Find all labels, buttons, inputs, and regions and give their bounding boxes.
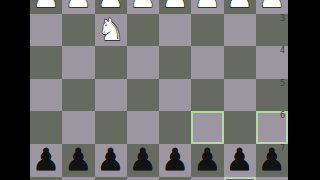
piece-black-rook[interactable]: ♜ — [33, 178, 60, 180]
piece-white-knight[interactable]: ♞ — [97, 15, 124, 45]
square-c6[interactable] — [191, 111, 223, 144]
square-d3[interactable] — [159, 14, 191, 47]
square-g8[interactable]: ♞ — [62, 177, 94, 180]
square-e4[interactable] — [127, 46, 159, 79]
piece-white-pawn[interactable]: ♟ — [33, 0, 60, 12]
piece-black-queen[interactable]: ♛ — [162, 178, 189, 180]
app-window: ♟♟♟♟♟♟♟♟♞3456♟♟♟♟♟♟♟♟7♜♞♝♚♛♝♞♜ — [0, 0, 320, 180]
square-a8[interactable]: ♜ — [256, 177, 288, 180]
square-f3[interactable]: ♞ — [95, 14, 127, 47]
chess-board: ♟♟♟♟♟♟♟♟♞3456♟♟♟♟♟♟♟♟7♜♞♝♚♛♝♞♜ — [30, 0, 288, 180]
piece-black-pawn[interactable]: ♟ — [162, 145, 189, 175]
square-h7[interactable]: ♟ — [30, 144, 62, 177]
square-g5[interactable] — [62, 79, 94, 112]
square-f7[interactable]: ♟ — [95, 144, 127, 177]
square-f2[interactable]: ♟ — [95, 0, 127, 14]
piece-black-knight[interactable]: ♞ — [65, 178, 92, 180]
square-a6[interactable]: 6 — [256, 111, 288, 144]
square-h4[interactable] — [30, 46, 62, 79]
piece-black-knight[interactable]: ♞ — [226, 178, 253, 180]
square-e8[interactable]: ♚ — [127, 177, 159, 180]
square-a3[interactable]: 3 — [256, 14, 288, 47]
square-e7[interactable]: ♟ — [127, 144, 159, 177]
piece-black-king[interactable]: ♚ — [129, 178, 156, 180]
square-a5[interactable]: 5 — [256, 79, 288, 112]
piece-white-pawn[interactable]: ♟ — [226, 0, 253, 12]
square-e6[interactable] — [127, 111, 159, 144]
piece-white-pawn[interactable]: ♟ — [97, 0, 124, 12]
square-c4[interactable] — [191, 46, 223, 79]
piece-white-pawn[interactable]: ♟ — [258, 0, 285, 12]
square-d5[interactable] — [159, 79, 191, 112]
piece-black-pawn[interactable]: ♟ — [65, 145, 92, 175]
square-h6[interactable] — [30, 111, 62, 144]
square-b8[interactable]: ♞ — [224, 177, 256, 180]
square-a4[interactable]: 4 — [256, 46, 288, 79]
piece-black-bishop[interactable]: ♝ — [97, 178, 124, 180]
piece-black-pawn[interactable]: ♟ — [226, 145, 253, 175]
square-b2[interactable]: ♟ — [224, 0, 256, 14]
square-g4[interactable] — [62, 46, 94, 79]
square-c8[interactable]: ♝ — [191, 177, 223, 180]
rank-label-4: 4 — [280, 46, 285, 56]
square-h2[interactable]: ♟ — [30, 0, 62, 14]
square-h8[interactable]: ♜ — [30, 177, 62, 180]
square-f4[interactable] — [95, 46, 127, 79]
square-d8[interactable]: ♛ — [159, 177, 191, 180]
square-b7[interactable]: ♟ — [224, 144, 256, 177]
square-a2[interactable]: ♟ — [256, 0, 288, 14]
square-d2[interactable]: ♟ — [159, 0, 191, 14]
square-g6[interactable] — [62, 111, 94, 144]
piece-black-pawn[interactable]: ♟ — [194, 145, 221, 175]
square-h5[interactable] — [30, 79, 62, 112]
square-d7[interactable]: ♟ — [159, 144, 191, 177]
square-c2[interactable]: ♟ — [191, 0, 223, 14]
piece-white-pawn[interactable]: ♟ — [194, 0, 221, 12]
square-c7[interactable]: ♟ — [191, 144, 223, 177]
piece-black-bishop[interactable]: ♝ — [194, 178, 221, 180]
square-b4[interactable] — [224, 46, 256, 79]
square-h3[interactable] — [30, 14, 62, 47]
square-f5[interactable] — [95, 79, 127, 112]
rank-label-5: 5 — [280, 79, 285, 89]
square-g7[interactable]: ♟ — [62, 144, 94, 177]
square-e3[interactable] — [127, 14, 159, 47]
square-c3[interactable] — [191, 14, 223, 47]
square-g3[interactable] — [62, 14, 94, 47]
square-g2[interactable]: ♟ — [62, 0, 94, 14]
square-c5[interactable] — [191, 79, 223, 112]
square-a7[interactable]: ♟7 — [256, 144, 288, 177]
piece-black-pawn[interactable]: ♟ — [33, 145, 60, 175]
square-e5[interactable] — [127, 79, 159, 112]
rank-label-7: 7 — [280, 144, 285, 154]
piece-black-pawn[interactable]: ♟ — [97, 145, 124, 175]
rank-label-6: 6 — [280, 111, 285, 121]
square-b6[interactable] — [224, 111, 256, 144]
square-b5[interactable] — [224, 79, 256, 112]
piece-white-pawn[interactable]: ♟ — [162, 0, 189, 12]
piece-white-pawn[interactable]: ♟ — [129, 0, 156, 12]
square-b3[interactable] — [224, 14, 256, 47]
piece-black-rook[interactable]: ♜ — [258, 178, 285, 180]
square-d4[interactable] — [159, 46, 191, 79]
square-d6[interactable] — [159, 111, 191, 144]
rank-label-3: 3 — [280, 14, 285, 24]
square-f8[interactable]: ♝ — [95, 177, 127, 180]
piece-white-pawn[interactable]: ♟ — [65, 0, 92, 12]
square-f6[interactable] — [95, 111, 127, 144]
square-e2[interactable]: ♟ — [127, 0, 159, 14]
piece-black-pawn[interactable]: ♟ — [129, 145, 156, 175]
